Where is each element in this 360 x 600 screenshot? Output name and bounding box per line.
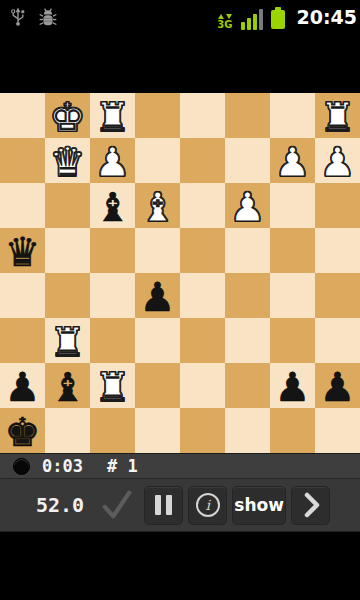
black-pawn-piece[interactable]: ♟	[135, 273, 180, 318]
square-g1[interactable]: ♚	[45, 93, 90, 138]
square-a1[interactable]: ♜	[315, 93, 360, 138]
square-g4[interactable]	[45, 228, 90, 273]
square-d5[interactable]	[180, 273, 225, 318]
app-screen: 3G 20:45 ♚♜♜♛♟♟♟♝♝♟♛♟♜♟♝♜♟♟♚ 0:03 # 1 52…	[0, 0, 360, 600]
elapsed-time: 0:03	[42, 456, 83, 476]
square-e7[interactable]	[135, 363, 180, 408]
square-a2[interactable]: ♟	[315, 138, 360, 183]
square-c6[interactable]	[225, 318, 270, 363]
black-bishop-piece[interactable]: ♝	[90, 183, 135, 228]
clock-time: 20:45	[297, 4, 357, 30]
square-c2[interactable]	[225, 138, 270, 183]
square-f4[interactable]	[90, 228, 135, 273]
square-g3[interactable]	[45, 183, 90, 228]
square-f7[interactable]: ♜	[90, 363, 135, 408]
square-f6[interactable]	[90, 318, 135, 363]
white-rook-piece[interactable]: ♜	[90, 363, 135, 408]
network-type-label: 3G	[217, 20, 232, 30]
black-pawn-piece[interactable]: ♟	[315, 363, 360, 408]
black-pawn-piece[interactable]: ♟	[270, 363, 315, 408]
status-bar[interactable]: 3G 20:45	[0, 0, 360, 34]
square-f3[interactable]: ♝	[90, 183, 135, 228]
square-g8[interactable]	[45, 408, 90, 453]
square-a5[interactable]	[315, 273, 360, 318]
square-b6[interactable]	[270, 318, 315, 363]
square-a7[interactable]: ♟	[315, 363, 360, 408]
white-pawn-piece[interactable]: ♟	[90, 138, 135, 183]
status-bar-left	[10, 6, 59, 28]
chevron-right-icon	[298, 490, 324, 520]
square-c4[interactable]	[225, 228, 270, 273]
next-button[interactable]	[291, 486, 330, 525]
score-value: 52.0	[36, 493, 84, 517]
square-e4[interactable]	[135, 228, 180, 273]
square-f1[interactable]: ♜	[90, 93, 135, 138]
control-bar: 52.0 i show	[0, 479, 360, 532]
square-h2[interactable]	[0, 138, 45, 183]
square-a3[interactable]	[315, 183, 360, 228]
square-b3[interactable]	[270, 183, 315, 228]
pause-button[interactable]	[144, 486, 183, 525]
status-bar-right: 3G 20:45	[217, 4, 357, 30]
square-c1[interactable]	[225, 93, 270, 138]
square-h3[interactable]	[0, 183, 45, 228]
square-d8[interactable]	[180, 408, 225, 453]
square-e5[interactable]: ♟	[135, 273, 180, 318]
signal-strength-icon	[241, 9, 263, 30]
puzzle-number: # 1	[107, 456, 138, 476]
white-pawn-piece[interactable]: ♟	[270, 138, 315, 183]
move-info-bar: 0:03 # 1	[0, 453, 360, 479]
battery-icon	[271, 10, 285, 29]
square-b2[interactable]: ♟	[270, 138, 315, 183]
black-bishop-piece[interactable]: ♝	[45, 363, 90, 408]
black-pawn-piece[interactable]: ♟	[0, 363, 45, 408]
square-c8[interactable]	[225, 408, 270, 453]
square-g2[interactable]: ♛	[45, 138, 90, 183]
black-king-piece[interactable]: ♚	[0, 408, 45, 453]
square-d6[interactable]	[180, 318, 225, 363]
square-h1[interactable]	[0, 93, 45, 138]
white-rook-piece[interactable]: ♜	[45, 318, 90, 363]
square-a6[interactable]	[315, 318, 360, 363]
chess-board[interactable]: ♚♜♜♛♟♟♟♝♝♟♛♟♜♟♝♜♟♟♚	[0, 93, 360, 453]
white-pawn-piece[interactable]: ♟	[315, 138, 360, 183]
show-button-label: show	[234, 495, 284, 515]
square-e3[interactable]: ♝	[135, 183, 180, 228]
square-d4[interactable]	[180, 228, 225, 273]
square-g7[interactable]: ♝	[45, 363, 90, 408]
checkmark-icon	[101, 489, 133, 521]
square-b7[interactable]: ♟	[270, 363, 315, 408]
white-rook-piece[interactable]: ♜	[90, 93, 135, 138]
square-c5[interactable]	[225, 273, 270, 318]
pause-icon	[155, 495, 172, 515]
square-e1[interactable]	[135, 93, 180, 138]
white-queen-piece[interactable]: ♛	[45, 138, 90, 183]
info-button[interactable]: i	[188, 486, 227, 525]
white-bishop-piece[interactable]: ♝	[135, 183, 180, 228]
square-b1[interactable]	[270, 93, 315, 138]
square-h5[interactable]	[0, 273, 45, 318]
square-e6[interactable]	[135, 318, 180, 363]
usb-icon	[10, 6, 26, 28]
show-button[interactable]: show	[232, 486, 286, 525]
square-f2[interactable]: ♟	[90, 138, 135, 183]
square-f8[interactable]	[90, 408, 135, 453]
square-a4[interactable]	[315, 228, 360, 273]
square-b5[interactable]	[270, 273, 315, 318]
data-3g-icon: 3G	[217, 14, 232, 30]
button-group: i show	[144, 486, 330, 525]
square-g6[interactable]: ♜	[45, 318, 90, 363]
square-c7[interactable]	[225, 363, 270, 408]
side-to-move-indicator	[13, 458, 30, 475]
square-h7[interactable]: ♟	[0, 363, 45, 408]
white-king-piece[interactable]: ♚	[45, 93, 90, 138]
square-h4[interactable]: ♛	[0, 228, 45, 273]
square-g5[interactable]	[45, 273, 90, 318]
debug-bug-icon	[37, 7, 59, 27]
black-queen-piece[interactable]: ♛	[0, 228, 45, 273]
square-d1[interactable]	[180, 93, 225, 138]
square-b4[interactable]	[270, 228, 315, 273]
square-d3[interactable]	[180, 183, 225, 228]
info-icon: i	[196, 493, 220, 517]
square-c3[interactable]: ♟	[225, 183, 270, 228]
bottom-spacer	[0, 532, 360, 599]
square-a8[interactable]	[315, 408, 360, 453]
square-h8[interactable]: ♚	[0, 408, 45, 453]
square-e2[interactable]	[135, 138, 180, 183]
square-d2[interactable]	[180, 138, 225, 183]
square-b8[interactable]	[270, 408, 315, 453]
square-e8[interactable]	[135, 408, 180, 453]
square-d7[interactable]	[180, 363, 225, 408]
white-rook-piece[interactable]: ♜	[315, 93, 360, 138]
white-pawn-piece[interactable]: ♟	[225, 183, 270, 228]
square-f5[interactable]	[90, 273, 135, 318]
square-h6[interactable]	[0, 318, 45, 363]
